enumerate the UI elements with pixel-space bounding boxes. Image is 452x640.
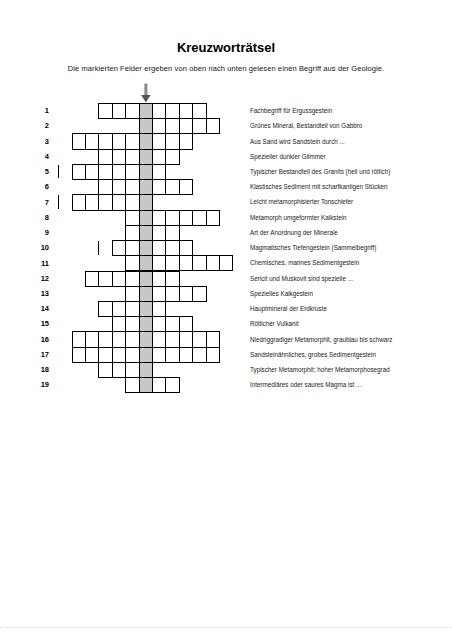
crossword-cell[interactable] [98,347,112,363]
clue-text: Grünes Mineral, Bestandteil von Gabbro [250,122,450,129]
crossword-cell[interactable] [179,210,193,226]
clue-number: 16 [22,335,49,344]
crossword-cell[interactable] [112,194,126,210]
crossword-cell[interactable] [112,271,126,287]
page-bottom-edge [0,627,452,628]
solution-column-cell[interactable] [139,194,153,210]
crossword-cell[interactable] [112,133,126,149]
crossword-cell[interactable] [72,164,86,180]
crossword-cell[interactable] [192,210,206,226]
crossword-cell[interactable] [125,179,139,195]
clue-text: Magmatisches Tiefengestein (Sammelbegrif… [250,244,450,251]
crossword-cell[interactable] [152,301,166,317]
clue-text: Sandsteinähnliches, grobes Sedimentgeste… [250,351,450,358]
crossword-cell[interactable] [179,103,193,119]
crossword-cell[interactable] [152,240,166,256]
crossword-cell[interactable] [165,133,179,149]
crossword-cell[interactable] [98,362,112,378]
clue-text: Typischer Metamorphit; hoher Metamorphos… [250,366,450,373]
crossword-cell[interactable] [179,179,193,195]
crossword-cell[interactable] [98,164,112,180]
crossword-cell[interactable] [179,133,193,149]
crossword-cell[interactable] [179,240,193,256]
clue-text: Klastisches Sediment mit scharfkantigen … [250,183,450,190]
crossword-cell[interactable] [152,316,166,332]
crossword-cell[interactable] [179,118,193,134]
clue-text: Spezieller dunkler Glimmer [250,153,450,160]
crossword-cell[interactable] [112,301,126,317]
clue-number: 2 [22,121,49,130]
clue-text: Hauptmineral der Erdkruste [250,305,450,312]
crossword-cell[interactable] [125,210,139,226]
crossword-cell[interactable] [206,255,220,271]
crossword-cell[interactable] [85,164,99,180]
crossword-cell[interactable] [112,316,126,332]
clue-number: 9 [22,228,49,237]
crossword-cell[interactable] [125,133,139,149]
crossword-cell[interactable] [165,179,179,195]
crossword-cell[interactable] [152,331,166,347]
clue-text: Fachbegriff für Ergussgestein [250,107,450,114]
crossword-cell[interactable] [219,255,233,271]
solution-column-cell[interactable] [139,271,153,287]
clue-number: 12 [22,274,49,283]
crossword-cell[interactable] [85,133,99,149]
crossword-cell[interactable] [165,225,179,241]
crossword-cell[interactable] [206,118,220,134]
crossword-cell[interactable] [125,347,139,363]
clue-number: 7 [22,198,49,207]
clue-number: 4 [22,152,49,161]
clue-number: 13 [22,289,49,298]
solution-column-cell[interactable] [139,240,153,256]
solution-column-cell[interactable] [139,103,153,119]
crossword-cell[interactable] [125,377,139,393]
solution-column-cell[interactable] [139,286,153,302]
crossword-cell[interactable] [112,179,126,195]
crossword-cell[interactable] [152,164,166,180]
crossword-cell[interactable] [192,347,206,363]
solution-column-cell[interactable] [139,179,153,195]
solution-column-cell[interactable] [139,377,153,393]
crossword-cell[interactable] [206,210,220,226]
page-title: Kreuzworträtsel [0,40,452,55]
crossword-cell[interactable] [152,133,166,149]
crossword-cell[interactable] [165,271,179,287]
crossword-cell[interactable] [165,331,179,347]
crossword-cell[interactable] [72,331,86,347]
crossword-cell[interactable] [165,149,179,165]
crossword-cell[interactable] [125,362,139,378]
cell-border-fragment [58,165,59,179]
crossword-cell[interactable] [165,118,179,134]
crossword-cell[interactable] [72,194,86,210]
solution-column-cell[interactable] [139,362,153,378]
solution-column-cell[interactable] [139,225,153,241]
crossword-cell[interactable] [206,347,220,363]
crossword-cell[interactable] [165,255,179,271]
crossword-cell[interactable] [165,377,179,393]
clue-number: 8 [22,213,49,222]
clue-number: 17 [22,350,49,359]
clue-text: Niedriggradiger Metamorphit, graublau bi… [250,336,450,343]
crossword-cell[interactable] [112,362,126,378]
crossword-cell[interactable] [85,194,99,210]
crossword-cell[interactable] [165,316,179,332]
crossword-cell[interactable] [192,286,206,302]
page-subtitle: Die markierten Felder ergeben von oben n… [0,64,452,73]
clue-number: 19 [22,380,49,389]
clue-number: 11 [22,259,49,268]
crossword-cell[interactable] [112,164,126,180]
crossword-cell[interactable] [125,286,139,302]
crossword-cell[interactable] [125,225,139,241]
crossword-cell[interactable] [98,301,112,317]
crossword-cell[interactable] [125,194,139,210]
clue-number: 5 [22,167,49,176]
crossword-cell[interactable] [152,286,166,302]
crossword-cell[interactable] [125,164,139,180]
crossword-cell[interactable] [112,149,126,165]
solution-column-cell[interactable] [139,149,153,165]
crossword-cell[interactable] [192,118,206,134]
cell-border-fragment [98,241,99,255]
crossword-cell[interactable] [85,347,99,363]
crossword-cell[interactable] [152,271,166,287]
clue-number: 3 [22,137,49,146]
crossword-cell[interactable] [98,149,112,165]
crossword-cell[interactable] [98,133,112,149]
clue-text: Sericit und Muskovit sind spezielle ... [250,275,450,282]
cell-border-fragment [58,195,59,209]
crossword-cell[interactable] [165,103,179,119]
crossword-cell[interactable] [112,103,126,119]
crossword-cell[interactable] [98,103,112,119]
solution-column-cell[interactable] [139,301,153,317]
crossword-cell[interactable] [152,225,166,241]
clue-text: Spezielles Kalkgestein [250,290,450,297]
crossword-cell[interactable] [125,149,139,165]
solution-column-cell[interactable] [139,133,153,149]
clue-number: 18 [22,365,49,374]
crossword-cell[interactable] [72,347,86,363]
crossword-cell[interactable] [85,271,99,287]
crossword-cell[interactable] [125,331,139,347]
crossword-cell[interactable] [152,118,166,134]
crossword-cell[interactable] [152,210,166,226]
crossword-cell[interactable] [112,347,126,363]
solution-column-cell[interactable] [139,164,153,180]
crossword-cell[interactable] [152,347,166,363]
crossword-cell[interactable] [165,347,179,363]
clue-number: 10 [22,243,49,252]
crossword-cell[interactable] [98,179,112,195]
crossword-cell[interactable] [125,240,139,256]
crossword-cell[interactable] [98,194,112,210]
crossword-cell[interactable] [165,240,179,256]
crossword-cell[interactable] [179,331,193,347]
clue-text: Leicht metamorphisierter Tonschiefer [250,198,450,205]
crossword-cell[interactable] [152,149,166,165]
crossword-cell[interactable] [98,331,112,347]
clue-number: 15 [22,319,49,328]
solution-column-cell[interactable] [139,255,153,271]
crossword-cell[interactable] [125,255,139,271]
crossword-cell[interactable] [192,103,206,119]
crossword-cell[interactable] [85,331,99,347]
worksheet-page: Kreuzworträtsel Die markierten Felder er… [0,0,452,640]
clue-text: Typischer Bestandteil des Granits (hell … [250,168,450,175]
clue-text: Rötlicher Vulkanit [250,320,450,327]
crossword-cell[interactable] [98,271,112,287]
clue-text: Chemisches, marines Sedimentgestein [250,259,450,266]
crossword-cell[interactable] [165,210,179,226]
crossword-cell[interactable] [112,331,126,347]
clue-number: 14 [22,304,49,313]
crossword-cell[interactable] [72,133,86,149]
down-arrow-icon [138,83,154,104]
crossword-cell[interactable] [152,179,166,195]
crossword-cell[interactable] [179,255,193,271]
crossword-cell[interactable] [179,286,193,302]
solution-column-cell[interactable] [139,331,153,347]
crossword-cell[interactable] [125,301,139,317]
crossword-cell[interactable] [206,331,220,347]
crossword-cell[interactable] [192,331,206,347]
crossword-cell[interactable] [152,255,166,271]
solution-column-cell[interactable] [139,118,153,134]
crossword-cell[interactable] [152,377,166,393]
crossword-cell[interactable] [125,271,139,287]
clue-text: Metamorph umgeformter Kalkstein [250,214,450,221]
clue-text: Art der Anordnung der Minerale [250,229,450,236]
crossword-cell[interactable] [192,255,206,271]
crossword-cell[interactable] [152,103,166,119]
crossword-cell[interactable] [125,316,139,332]
clue-text: Intermediäres oder saures Magma ist ... [250,381,450,388]
clue-text: Aus Sand wird Sandstein durch ... [250,138,450,145]
clue-number: 6 [22,182,49,191]
crossword-cell[interactable] [165,286,179,302]
crossword-cell[interactable] [112,240,126,256]
crossword-cell[interactable] [125,103,139,119]
clue-number: 1 [22,106,49,115]
solution-column-cell[interactable] [139,347,153,363]
crossword-cell[interactable] [179,316,193,332]
crossword-cell[interactable] [179,347,193,363]
solution-column-cell[interactable] [139,316,153,332]
solution-column-cell[interactable] [139,210,153,226]
